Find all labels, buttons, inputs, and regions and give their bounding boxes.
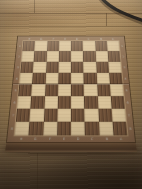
board-square <box>71 84 84 96</box>
coordinate-label: 6 <box>12 99 17 106</box>
coordinate-label: G <box>31 137 39 141</box>
coordinate-label: 5 <box>124 87 128 94</box>
coordinate-label: E <box>62 37 69 40</box>
coordinate-label: 3 <box>16 64 20 70</box>
board-square <box>112 122 127 136</box>
board-square <box>59 41 71 51</box>
board-square <box>57 109 71 122</box>
coordinate-label: 4 <box>123 75 127 82</box>
coordinate-label: H <box>17 137 26 141</box>
board-square <box>98 109 112 122</box>
board-square <box>46 62 59 73</box>
fold-seam <box>13 83 129 85</box>
board-square <box>30 109 44 122</box>
floor-plank-seam <box>0 26 142 27</box>
board-square <box>35 41 48 51</box>
board-square <box>71 62 84 73</box>
board-square <box>99 122 114 136</box>
coordinate-label: G <box>38 37 45 40</box>
board-square <box>83 41 95 51</box>
coordinate-label: F <box>46 137 54 141</box>
board-square <box>85 122 99 136</box>
board-square <box>59 51 71 62</box>
coordinate-label: 8 <box>128 125 133 133</box>
coordinate-label: C <box>85 37 92 40</box>
board-square <box>18 84 32 96</box>
board-square <box>97 84 111 96</box>
coordinate-label: B <box>97 37 104 40</box>
photo-scene: HGFEDCBA HGFEDCBA 12345678 12345678 <box>0 0 142 189</box>
coordinate-label: C <box>88 137 96 141</box>
coordinate-label: E <box>60 137 68 141</box>
board-square <box>95 41 108 51</box>
board-square <box>31 96 45 108</box>
board-square <box>47 41 59 51</box>
board-square <box>43 122 57 136</box>
board-square <box>107 51 120 62</box>
board-square <box>58 84 71 96</box>
board-square <box>108 62 121 73</box>
coordinate-label: 4 <box>15 75 19 82</box>
board-square <box>17 96 31 108</box>
board-square <box>71 41 83 51</box>
board-square <box>95 51 108 62</box>
board-square <box>84 84 97 96</box>
board-square <box>111 96 125 108</box>
board-square <box>83 51 96 62</box>
board-square <box>20 62 33 73</box>
coordinate-label: 7 <box>127 111 132 119</box>
coordinate-label: 2 <box>17 53 21 59</box>
squares-grid <box>15 41 128 135</box>
floor-plank-seam <box>0 13 142 14</box>
board-square <box>15 122 30 136</box>
floor-plank-joint <box>37 153 38 189</box>
board-square <box>57 122 71 136</box>
board-square <box>71 122 85 136</box>
board-square <box>29 122 44 136</box>
coordinate-label: D <box>73 37 80 40</box>
board-square <box>45 84 58 96</box>
coordinate-label: 2 <box>121 53 125 59</box>
coordinate-label: 5 <box>13 87 17 94</box>
coordinate-label: 1 <box>120 43 124 49</box>
board-square <box>16 109 31 122</box>
coordinate-label: F <box>50 37 57 40</box>
board-square <box>110 84 124 96</box>
board-square <box>22 41 35 51</box>
floor-plank-seam <box>0 172 142 173</box>
file-labels-bottom: HGFEDCBA <box>14 135 128 142</box>
board-face: HGFEDCBA HGFEDCBA 12345678 12345678 <box>7 36 135 142</box>
board-square <box>97 96 111 108</box>
board-square <box>31 84 45 96</box>
board-square <box>71 109 85 122</box>
coordinate-label: A <box>109 37 116 40</box>
board-square <box>71 96 84 108</box>
board-square <box>43 109 57 122</box>
coordinate-label: 7 <box>11 111 16 119</box>
board-square <box>84 109 98 122</box>
board-square <box>111 109 126 122</box>
board-square <box>33 62 46 73</box>
coordinate-label: A <box>116 137 125 141</box>
coordinate-label: D <box>74 137 82 141</box>
board-square <box>44 96 58 108</box>
floor-plank-joint <box>34 0 35 13</box>
coordinate-label: B <box>102 137 110 141</box>
coordinate-label: 6 <box>125 99 130 106</box>
board-square <box>58 62 71 73</box>
coordinate-label: 8 <box>9 125 14 133</box>
board-square <box>71 51 83 62</box>
floor-plank-joint <box>106 13 107 26</box>
board-square <box>46 51 59 62</box>
board-square <box>21 51 34 62</box>
coordinate-label: 3 <box>122 64 126 70</box>
board-square <box>84 96 98 108</box>
board-side-edge <box>5 141 137 152</box>
board-square <box>83 62 96 73</box>
board-square <box>58 96 71 108</box>
coordinate-label: 1 <box>18 43 22 49</box>
board-square <box>96 62 109 73</box>
chessboard: HGFEDCBA HGFEDCBA 12345678 12345678 <box>7 30 135 152</box>
coordinate-label: H <box>26 37 33 40</box>
board-square <box>34 51 47 62</box>
board-square <box>107 41 120 51</box>
